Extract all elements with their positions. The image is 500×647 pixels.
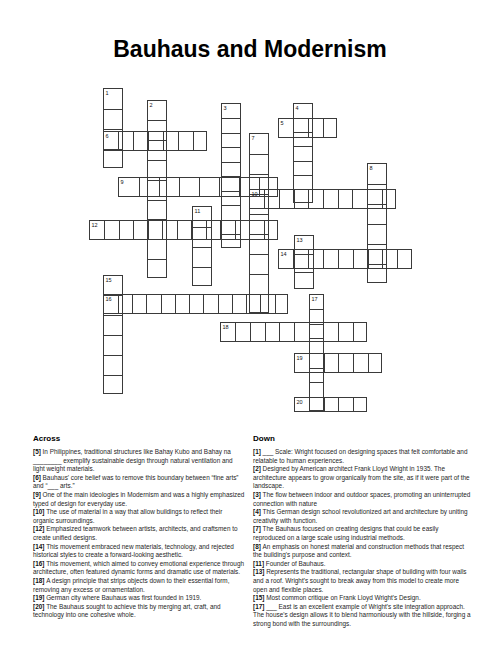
clue-item: [9] One of the main ideologies in Modern… <box>33 491 245 508</box>
clue-number: [8] <box>253 543 263 550</box>
cell-14-across-5[interactable] <box>353 250 368 270</box>
grid-line <box>191 221 192 240</box>
grid-number-19: 19 <box>297 355 303 361</box>
grid-line <box>293 250 294 269</box>
cell-6-across-3[interactable] <box>149 132 164 152</box>
word-12-across: 12 <box>89 220 278 240</box>
grid-line <box>250 214 269 215</box>
grid-line <box>310 309 324 310</box>
clue-number: [1] <box>253 448 263 455</box>
clue-number: [3] <box>253 491 263 498</box>
clue-text: German city where Bauhaus was first foun… <box>46 594 201 601</box>
clue-number: [2] <box>253 465 263 472</box>
clue-text: This movement embraced new materials, te… <box>33 543 234 559</box>
cell-9-across-4[interactable] <box>199 178 219 198</box>
cell-9-across-1[interactable] <box>139 178 159 198</box>
word-6-across: 6 <box>103 131 207 151</box>
grid-number-3: 3 <box>224 105 227 111</box>
cell-12-across-8[interactable] <box>206 221 221 241</box>
cell-16-across-10[interactable] <box>247 295 261 315</box>
cell-10-across-9[interactable] <box>382 190 397 210</box>
cell-18-across-6[interactable] <box>309 323 324 343</box>
cell-6-across-4[interactable] <box>163 132 178 152</box>
clue-number: [6] <box>33 474 43 481</box>
grid-line <box>338 398 339 412</box>
grid-line <box>353 323 354 342</box>
cell-10-across-1[interactable] <box>265 190 280 210</box>
cell-18-across-9[interactable] <box>353 323 368 343</box>
grid-number-5: 5 <box>281 120 284 126</box>
grid-line <box>104 355 123 356</box>
cell-15-down-4[interactable] <box>104 355 124 375</box>
word-11-down: 11 <box>192 206 212 286</box>
cell-19-across-5[interactable] <box>368 354 383 374</box>
cell-18-across-1[interactable] <box>236 323 251 343</box>
cell-18-across-5[interactable] <box>295 323 310 343</box>
cell-16-across-7[interactable] <box>204 295 218 315</box>
grid-line <box>250 323 251 342</box>
grid-line <box>279 323 280 342</box>
down-heading: Down <box>253 434 471 444</box>
cell-12-across-12[interactable] <box>264 221 279 241</box>
cell-12-across-4[interactable] <box>148 221 163 241</box>
clue-text: A design principle that strips objects d… <box>33 577 229 593</box>
cell-18-across-7[interactable] <box>324 323 339 343</box>
grid-line <box>294 146 313 147</box>
cell-19-across-2[interactable] <box>324 354 339 374</box>
grid-line <box>368 250 369 269</box>
cell-7-down-7[interactable] <box>250 274 270 294</box>
grid-number-15: 15 <box>106 277 112 283</box>
cell-20-across-3[interactable] <box>339 398 354 413</box>
grid-line <box>104 129 123 130</box>
grid-line <box>232 295 233 314</box>
grid-line <box>161 295 162 314</box>
grid-line <box>324 398 325 412</box>
cell-2-down-5[interactable] <box>148 200 168 220</box>
clue-number: [14] <box>33 543 46 550</box>
cell-14-across-8[interactable] <box>398 250 413 270</box>
clue-text: Designed by American architect Frank Llo… <box>253 465 470 489</box>
cell-10-across-6[interactable] <box>338 190 353 210</box>
clue-item: [12] Emphasized teamwork between artists… <box>33 525 245 542</box>
grid-line <box>368 224 387 225</box>
clue-item: [1] ___ Scale: Wright focused on designi… <box>253 448 471 465</box>
grid-line <box>148 132 149 151</box>
cell-12-across-1[interactable] <box>105 221 120 241</box>
cell-18-across-2[interactable] <box>250 323 265 343</box>
cell-15-down-5[interactable] <box>104 375 124 395</box>
cell-8-down-3[interactable] <box>368 224 388 244</box>
grid-number-2: 2 <box>150 102 153 108</box>
cell-12-across-10[interactable] <box>235 221 250 241</box>
cell-12-across-5[interactable] <box>163 221 178 241</box>
grid-number-16: 16 <box>106 296 112 302</box>
grid-number-4: 4 <box>296 105 299 111</box>
cell-14-across-2[interactable] <box>309 250 324 270</box>
clue-item: [6] Bauhaus' core belief was to remove t… <box>33 474 245 491</box>
clue-number: [10] <box>33 508 46 515</box>
clue-number: [4] <box>253 508 263 515</box>
clue-item: [16] This movement, which aimed to conve… <box>33 560 245 577</box>
cell-3-down-4[interactable] <box>222 162 242 177</box>
grid-line <box>353 354 354 373</box>
cell-2-down-8[interactable] <box>148 259 168 279</box>
grid-line <box>308 119 309 138</box>
grid-line <box>222 205 241 206</box>
grid-number-18: 18 <box>223 324 229 330</box>
cell-19-across-1[interactable] <box>310 354 325 374</box>
clue-text: This German design school revolutionized… <box>253 508 468 524</box>
grid-line <box>323 119 324 138</box>
cell-6-across-1[interactable] <box>119 132 134 152</box>
grid-number-17: 17 <box>312 296 318 302</box>
clue-item: [5] In Philippines, traditional structur… <box>33 448 245 474</box>
clue-number: [16] <box>33 560 46 567</box>
cell-1-down-1[interactable] <box>104 109 124 129</box>
word-10-across: 10 <box>249 189 396 209</box>
clue-text: An emphasis on honest material and const… <box>253 543 464 559</box>
word-15-down: 15 <box>103 275 123 394</box>
grid-line <box>250 154 269 155</box>
grid-line <box>132 295 133 314</box>
grid-line <box>206 221 207 240</box>
cell-4-down-5[interactable] <box>294 176 314 190</box>
word-16-across: 16 <box>103 294 288 314</box>
grid-line <box>104 221 105 240</box>
grid-line <box>163 132 164 151</box>
clue-number: [18] <box>33 577 46 584</box>
clue-text: The Bauhaus sought to achieve this by me… <box>33 603 221 619</box>
grid-line <box>275 295 276 314</box>
cell-3-down-1[interactable] <box>222 119 242 134</box>
cell-13-down-2[interactable] <box>295 272 315 290</box>
grid-line <box>264 190 265 209</box>
grid-line <box>368 184 387 185</box>
grid-line <box>148 120 167 121</box>
grid-line <box>368 354 369 373</box>
clue-text: The use of material in a way that allow … <box>33 508 222 524</box>
cell-4-down-3[interactable] <box>294 147 314 161</box>
cell-16-across-11[interactable] <box>261 295 275 315</box>
grid-line <box>294 323 295 342</box>
cell-12-across-6[interactable] <box>177 221 192 241</box>
grid-line <box>309 354 310 373</box>
cell-5-across-2[interactable] <box>308 119 323 139</box>
clue-item: [17] ___ East is an excellent example of… <box>253 603 471 629</box>
grid-line <box>118 132 119 151</box>
grid-line <box>353 398 354 412</box>
grid-line <box>264 221 265 240</box>
grid-line <box>148 160 167 161</box>
grid-line <box>338 354 339 373</box>
across-clue-list: [5] In Philippines, traditional structur… <box>33 448 245 620</box>
cell-11-down-2[interactable] <box>193 247 213 267</box>
cell-18-across-8[interactable] <box>339 323 354 343</box>
word-18-across: 18 <box>220 322 367 342</box>
grid-line <box>177 221 178 240</box>
grid-number-10: 10 <box>252 191 258 197</box>
cell-3-down-3[interactable] <box>222 148 242 163</box>
clue-number: [11] <box>253 560 266 567</box>
cell-15-down-2[interactable] <box>104 316 124 336</box>
grid-line <box>250 254 269 255</box>
cell-14-across-3[interactable] <box>324 250 339 270</box>
grid-line <box>294 161 313 162</box>
across-heading: Across <box>33 434 245 444</box>
grid-line <box>338 190 339 209</box>
cell-10-across-7[interactable] <box>353 190 368 210</box>
clue-item: [18] A design principle that strips obje… <box>33 577 245 594</box>
cell-19-across-3[interactable] <box>339 354 354 374</box>
cell-12-across-11[interactable] <box>250 221 265 241</box>
clue-item: [2] Designed by American architect Frank… <box>253 465 471 491</box>
cell-9-across-3[interactable] <box>179 178 199 198</box>
clue-item: [14] This movement embraced new material… <box>33 543 245 560</box>
clue-item: [19] German city where Bauhaus was first… <box>33 594 245 603</box>
grid-line <box>246 295 247 314</box>
grid-number-9: 9 <box>121 179 124 185</box>
clue-item: [11] Founder of Bauhaus. <box>253 560 471 569</box>
grid-line <box>310 382 324 383</box>
grid-line <box>199 178 200 197</box>
clue-number: [7] <box>253 525 263 532</box>
clue-text: The flow between indoor and outdoor spac… <box>253 491 470 507</box>
grid-line <box>118 295 119 314</box>
grid-line <box>323 250 324 269</box>
clue-text: ___ Scale: Wright focused on designing s… <box>253 448 467 464</box>
clue-text: Bauhaus' core belief was to remove this … <box>33 474 238 490</box>
grid-number-1: 1 <box>106 90 109 96</box>
cell-16-across-8[interactable] <box>218 295 232 315</box>
grid-line <box>308 190 309 209</box>
grid-line <box>250 174 269 175</box>
grid-line <box>220 221 221 240</box>
grid-line <box>148 200 167 201</box>
grid-line <box>219 178 220 197</box>
clue-number: [12] <box>33 525 46 532</box>
cell-6-across-5[interactable] <box>178 132 193 152</box>
grid-line <box>294 190 295 209</box>
grid-line <box>338 323 339 342</box>
clue-text: In Philippines, traditional structures l… <box>33 448 233 472</box>
grid-line <box>222 133 241 134</box>
grid-number-20: 20 <box>297 399 303 405</box>
cell-10-across-3[interactable] <box>294 190 309 210</box>
cell-3-down-7[interactable] <box>222 206 242 221</box>
cell-12-across-9[interactable] <box>221 221 236 241</box>
cell-7-down-6[interactable] <box>250 254 270 274</box>
grid-line <box>179 178 180 197</box>
across-clues-section: Across [5] In Philippines, traditional s… <box>33 434 245 620</box>
cell-1-down-3[interactable] <box>104 149 124 169</box>
grid-line <box>193 267 212 268</box>
cell-16-across-9[interactable] <box>232 295 246 315</box>
cell-3-down-2[interactable] <box>222 133 242 148</box>
grid-line <box>239 178 240 197</box>
grid-line <box>148 221 149 240</box>
clue-item: [13] Represents the traditional, rectang… <box>253 568 471 594</box>
grid-number-12: 12 <box>92 222 98 228</box>
grid-line <box>159 178 160 197</box>
grid-number-13: 13 <box>297 237 303 243</box>
cell-6-across-6[interactable] <box>193 132 208 152</box>
cell-20-across-2[interactable] <box>324 398 339 413</box>
grid-line <box>203 295 204 314</box>
cell-20-across-4[interactable] <box>353 398 368 413</box>
grid-line <box>279 190 280 209</box>
grid-line <box>235 323 236 342</box>
grid-line <box>249 221 250 240</box>
cell-18-across-3[interactable] <box>265 323 280 343</box>
grid-line <box>139 178 140 197</box>
clue-item: [15] Most common critique on Frank Lloyd… <box>253 594 471 603</box>
clue-item: [10] The use of material in a way that a… <box>33 508 245 525</box>
cell-12-across-3[interactable] <box>134 221 149 241</box>
cell-14-across-1[interactable] <box>294 250 309 270</box>
cell-9-across-2[interactable] <box>159 178 179 198</box>
clue-item: [3] The flow between indoor and outdoor … <box>253 491 471 508</box>
clue-number: [17] <box>253 603 266 610</box>
crossword-page: Bauhaus and Modernism 123456789101112131… <box>0 0 500 647</box>
grid-number-11: 11 <box>195 208 201 214</box>
cell-10-across-5[interactable] <box>324 190 339 210</box>
grid-line <box>218 295 219 314</box>
down-clues-section: Down [1] ___ Scale: Wright focused on de… <box>253 434 471 628</box>
clue-number: [9] <box>33 491 43 498</box>
grid-line <box>178 132 179 151</box>
grid-line <box>382 190 383 209</box>
grid-line <box>309 398 310 412</box>
grid-number-7: 7 <box>252 135 255 141</box>
grid-line <box>294 175 313 176</box>
grid-line <box>293 119 294 138</box>
cell-20-across-1[interactable] <box>310 398 325 413</box>
clue-number: [20] <box>33 603 46 610</box>
clue-number: [19] <box>33 594 46 601</box>
grid-line <box>222 118 241 119</box>
grid-line <box>338 250 339 269</box>
cell-14-across-7[interactable] <box>383 250 398 270</box>
word-20-across: 20 <box>294 397 367 412</box>
grid-line <box>367 190 368 209</box>
cell-16-across-3[interactable] <box>147 295 161 315</box>
cell-15-down-3[interactable] <box>104 335 124 355</box>
cell-10-across-8[interactable] <box>368 190 383 210</box>
word-1-down: 1 <box>103 88 123 168</box>
grid-line <box>323 190 324 209</box>
cell-5-across-3[interactable] <box>323 119 338 139</box>
clue-text: The Bauhaus focused on creating designs … <box>253 525 438 541</box>
cell-6-across-2[interactable] <box>134 132 149 152</box>
grid-line <box>308 250 309 269</box>
cell-14-across-4[interactable] <box>338 250 353 270</box>
clue-text: This movement, which aimed to convey emo… <box>33 560 244 576</box>
grid-line <box>104 315 123 316</box>
word-14-across: 14 <box>278 249 412 269</box>
word-19-across: 19 <box>294 353 382 373</box>
cell-16-across-1[interactable] <box>118 295 132 315</box>
cell-10-across-4[interactable] <box>309 190 324 210</box>
grid-line <box>397 250 398 269</box>
cell-16-across-2[interactable] <box>133 295 147 315</box>
cell-9-across-5[interactable] <box>219 178 239 198</box>
crossword-grid: 1234567891011121314151617181920 <box>0 0 500 430</box>
grid-line <box>235 221 236 240</box>
cell-5-across-1[interactable] <box>294 119 309 139</box>
grid-line <box>104 109 123 110</box>
word-5-across: 5 <box>278 118 337 138</box>
cell-16-across-12[interactable] <box>275 295 289 315</box>
down-clue-list: [1] ___ Scale: Wright focused on designi… <box>253 448 471 628</box>
clue-item: [20] The Bauhaus sought to achieve this … <box>33 603 245 620</box>
cell-7-down-1[interactable] <box>250 154 270 174</box>
grid-line <box>148 259 167 260</box>
clue-number: [13] <box>253 568 266 575</box>
cell-17-down-6[interactable] <box>310 383 325 398</box>
cell-2-down-7[interactable] <box>148 240 168 260</box>
grid-number-6: 6 <box>106 133 109 139</box>
cell-16-across-6[interactable] <box>190 295 204 315</box>
grid-line <box>193 247 212 248</box>
clue-text: Founder of Bauhaus. <box>266 560 326 567</box>
grid-line <box>162 221 163 240</box>
grid-line <box>133 132 134 151</box>
grid-line <box>250 274 269 275</box>
clue-item: [8] An emphasis on honest material and c… <box>253 543 471 560</box>
grid-line <box>119 221 120 240</box>
grid-line <box>222 147 241 148</box>
grid-line <box>222 162 241 163</box>
cell-18-across-4[interactable] <box>280 323 295 343</box>
grid-number-8: 8 <box>370 165 373 171</box>
grid-line <box>175 295 176 314</box>
grid-line <box>133 221 134 240</box>
cell-14-across-6[interactable] <box>368 250 383 270</box>
clue-text: Most common critique on Frank Lloyd Wrig… <box>266 594 421 601</box>
grid-line <box>193 132 194 151</box>
grid-line <box>353 250 354 269</box>
clue-text: ___ East is an excellent example of Wrig… <box>253 603 471 627</box>
grid-line <box>324 354 325 373</box>
cell-11-down-3[interactable] <box>193 267 213 287</box>
grid-line <box>104 335 123 336</box>
cell-4-down-4[interactable] <box>294 161 314 175</box>
grid-line <box>323 323 324 342</box>
clue-text: One of the main ideologies in Modernism … <box>33 491 244 507</box>
grid-line <box>382 250 383 269</box>
grid-line <box>295 272 314 273</box>
clue-item: [4] This German design school revolution… <box>253 508 471 525</box>
cell-19-across-4[interactable] <box>353 354 368 374</box>
grid-number-14: 14 <box>281 251 287 257</box>
cell-10-across-2[interactable] <box>279 190 294 210</box>
grid-line <box>309 323 310 342</box>
grid-line <box>146 295 147 314</box>
clue-text: Emphasized teamwork between artists, arc… <box>33 525 238 541</box>
clue-text: Represents the traditional, rectangular … <box>253 568 467 592</box>
grid-line <box>189 295 190 314</box>
cell-12-across-2[interactable] <box>119 221 134 241</box>
cell-12-across-7[interactable] <box>192 221 207 241</box>
cell-16-across-5[interactable] <box>175 295 189 315</box>
cell-16-across-4[interactable] <box>161 295 175 315</box>
clue-number: [5] <box>33 448 43 455</box>
grid-line <box>260 295 261 314</box>
grid-line <box>104 375 123 376</box>
grid-line <box>352 190 353 209</box>
grid-line <box>368 244 387 245</box>
